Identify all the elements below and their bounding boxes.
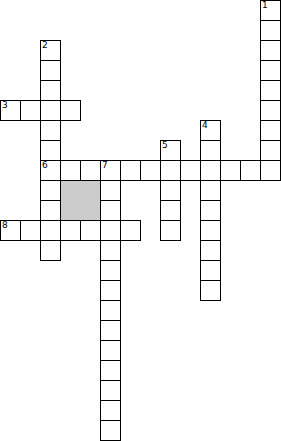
crossword-grid: 12345678 (0, 0, 281, 441)
crossword-cell-r11-c10[interactable] (200, 220, 221, 241)
crossword-cell-r5-c1[interactable] (20, 100, 41, 121)
crossword-cell-r11-c1[interactable] (20, 220, 41, 241)
crossword-cell-r15-c5[interactable] (100, 300, 121, 321)
crossword-cell-r18-c5[interactable] (100, 360, 121, 381)
crossword-cell-r0-c13[interactable]: 1 (260, 0, 281, 21)
crossword-cell-r5-c3[interactable] (60, 100, 81, 121)
crossword-cell-r1-c13[interactable] (260, 20, 281, 41)
crossword-cell-r13-c5[interactable] (100, 260, 121, 281)
clue-number-4: 4 (202, 121, 208, 130)
crossword-cell-r4-c13[interactable] (260, 80, 281, 101)
crossword-cell-r8-c5[interactable]: 7 (100, 160, 121, 181)
crossword-cell-r9-c8[interactable] (160, 180, 181, 201)
crossword-cell-r6-c13[interactable] (260, 120, 281, 141)
crossword-cell-r8-c10[interactable] (200, 160, 221, 181)
crossword-cell-r8-c9[interactable] (180, 160, 201, 181)
crossword-cell-r8-c6[interactable] (120, 160, 141, 181)
crossword-cell-r11-c5[interactable] (100, 220, 121, 241)
crossword-cell-r2-c13[interactable] (260, 40, 281, 61)
crossword-cell-r9-c2[interactable] (40, 180, 61, 201)
crossword-puzzle: 12345678 (0, 0, 281, 441)
clue-number-3: 3 (2, 101, 8, 110)
crossword-cell-r3-c13[interactable] (260, 60, 281, 81)
clue-number-2: 2 (42, 41, 48, 50)
crossword-cell-r11-c4[interactable] (80, 220, 101, 241)
crossword-cell-r3-c2[interactable] (40, 60, 61, 81)
crossword-cell-r16-c5[interactable] (100, 320, 121, 341)
crossword-cell-r5-c2[interactable] (40, 100, 61, 121)
crossword-cell-r10-c8[interactable] (160, 200, 181, 221)
crossword-cell-r14-c10[interactable] (200, 280, 221, 301)
crossword-cell-r19-c5[interactable] (100, 380, 121, 401)
crossword-cell-r11-c2[interactable] (40, 220, 61, 241)
crossword-cell-r10-c2[interactable] (40, 200, 61, 221)
crossword-cell-r14-c5[interactable] (100, 280, 121, 301)
crossword-cell-r17-c5[interactable] (100, 340, 121, 361)
crossword-cell-r8-c4[interactable] (80, 160, 101, 181)
crossword-cell-r7-c2[interactable] (40, 140, 61, 161)
crossword-cell-r13-c10[interactable] (200, 260, 221, 281)
crossword-cell-r7-c13[interactable] (260, 140, 281, 161)
crossword-cell-r20-c5[interactable] (100, 400, 121, 421)
crossword-cell-r12-c10[interactable] (200, 240, 221, 261)
crossword-cell-r12-c2[interactable] (40, 240, 61, 261)
crossword-cell-r9-c5[interactable] (100, 180, 121, 201)
crossword-cell-r5-c0[interactable]: 3 (0, 100, 21, 121)
crossword-cell-r9-c10[interactable] (200, 180, 221, 201)
crossword-cell-r11-c8[interactable] (160, 220, 181, 241)
crossword-cell-r5-c13[interactable] (260, 100, 281, 121)
crossword-cell-r2-c2[interactable]: 2 (40, 40, 61, 61)
crossword-cell-r12-c5[interactable] (100, 240, 121, 261)
crossword-cell-r4-c2[interactable] (40, 80, 61, 101)
crossword-cell-r6-c2[interactable] (40, 120, 61, 141)
crossword-cell-r6-c10[interactable]: 4 (200, 120, 221, 141)
crossword-cell-r8-c7[interactable] (140, 160, 161, 181)
clue-number-7: 7 (102, 161, 108, 170)
crossword-cell-r10-c5[interactable] (100, 200, 121, 221)
clue-number-1: 1 (262, 1, 268, 10)
crossword-cell-r21-c5[interactable] (100, 420, 121, 441)
crossword-cell-r7-c10[interactable] (200, 140, 221, 161)
crossword-cell-r8-c3[interactable] (60, 160, 81, 181)
crossword-cell-r11-c3[interactable] (60, 220, 81, 241)
clue-number-8: 8 (2, 221, 8, 230)
crossword-cell-r11-c0[interactable]: 8 (0, 220, 21, 241)
clue-number-6: 6 (42, 161, 48, 170)
clue-number-5: 5 (162, 141, 168, 150)
crossword-cell-r7-c8[interactable]: 5 (160, 140, 181, 161)
crossword-cell-r8-c11[interactable] (220, 160, 241, 181)
crossword-cell-r10-c10[interactable] (200, 200, 221, 221)
crossword-cell-r11-c6[interactable] (120, 220, 141, 241)
crossword-cell-r8-c12[interactable] (240, 160, 261, 181)
gray-shaded-block (60, 180, 101, 221)
crossword-cell-r8-c8[interactable] (160, 160, 181, 181)
crossword-cell-r8-c2[interactable]: 6 (40, 160, 61, 181)
crossword-cell-r8-c13[interactable] (260, 160, 281, 181)
